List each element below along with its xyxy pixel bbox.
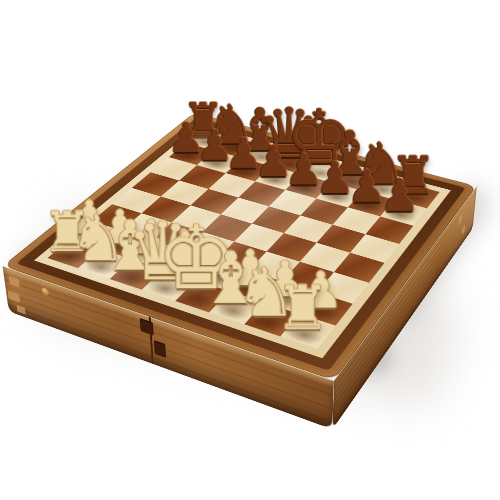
- square-a5: [132, 172, 179, 196]
- piece-contact-shadow: [228, 164, 263, 180]
- square-d5: [221, 198, 269, 224]
- dovetail-joint: [462, 225, 465, 236]
- piece-black-knight: ♞: [320, 135, 443, 193]
- square-f7: ♟: [316, 183, 362, 208]
- dovetail-joint: [17, 305, 26, 315]
- square-a8: ♜: [186, 129, 230, 150]
- piece-contact-shadow: [189, 134, 223, 149]
- piece-black-rook: ♜: [351, 149, 475, 200]
- square-h8: ♜: [394, 184, 439, 209]
- piece-black-pawn: ♟: [213, 140, 334, 183]
- square-a7: ♟: [169, 143, 214, 165]
- piece-contact-shadow: [274, 157, 309, 173]
- square-b6: [179, 165, 225, 189]
- square-c7: ♟: [226, 158, 272, 181]
- piece-black-pawn: ♟: [184, 132, 304, 174]
- piece-black-knight: ♞: [173, 97, 289, 151]
- piece-contact-shadow: [200, 156, 235, 172]
- square-g7: ♟: [348, 191, 394, 217]
- piece-black-pawn: ♟: [273, 156, 397, 200]
- piece-contact-shadow: [245, 149, 280, 164]
- square-b7: ♟: [197, 150, 242, 173]
- piece-black-pawn: ♟: [242, 148, 365, 191]
- piece-contact-shadow: [216, 142, 250, 157]
- piece-black-rook: ♜: [146, 96, 261, 144]
- perspective-wrapper: ♜♞♝♛♚♝♞♜♟♟♟♟♟♟♟♟♟♟♟♟♟♟♟♟♜♞♝♛♚♝♞♜: [0, 0, 500, 500]
- piece-contact-shadow: [383, 206, 420, 224]
- square-f8: ♝: [331, 167, 376, 191]
- square-d8: ♛: [271, 151, 316, 174]
- piece-contact-shadow: [365, 181, 401, 198]
- piece-contact-shadow: [171, 148, 206, 163]
- piece-black-bishop: ♝: [289, 123, 410, 184]
- piece-contact-shadow: [304, 165, 339, 181]
- piece-contact-shadow: [334, 173, 370, 189]
- piece-black-queen: ♛: [230, 99, 349, 168]
- dovetail-joint: [8, 275, 19, 287]
- piece-contact-shadow: [288, 180, 324, 197]
- square-g8: ♞: [362, 175, 407, 199]
- square-e7: ♟: [285, 174, 331, 198]
- product-photo-scene: Folding wooden magnetic travel chess set…: [0, 0, 500, 500]
- square-h7: ♟: [380, 200, 427, 226]
- square-a4: [112, 188, 161, 213]
- piece-black-bishop: ♝: [201, 101, 318, 160]
- piece-black-king: ♚: [259, 100, 379, 175]
- piece-contact-shadow: [397, 189, 433, 206]
- square-d7: ♟: [255, 166, 301, 190]
- piece-contact-shadow: [319, 188, 355, 205]
- hinge-slot: [140, 318, 154, 336]
- piece-black-pawn: ♟: [155, 125, 273, 167]
- dovetail-joint: [458, 213, 462, 225]
- chess-board: ♜♞♝♛♚♝♞♜♟♟♟♟♟♟♟♟♟♟♟♟♟♟♟♟♜♞♝♛♚♝♞♜: [3, 113, 477, 381]
- square-b4: [142, 197, 191, 223]
- square-e8: ♚: [301, 159, 346, 182]
- piece-black-pawn: ♟: [336, 173, 463, 218]
- square-c8: ♝: [242, 144, 286, 166]
- square-b8: ♞: [214, 136, 258, 158]
- square-b5: [161, 181, 209, 206]
- piece-black-pawn: ♟: [304, 165, 430, 209]
- piece-contact-shadow: [351, 197, 388, 215]
- square-d4: [203, 214, 252, 241]
- hinge-slot: [154, 340, 166, 358]
- square-d6: [238, 182, 285, 207]
- brass-pin: [42, 287, 50, 296]
- square-c5: [190, 189, 238, 214]
- square-a6: [151, 157, 197, 180]
- piece-black-pawn: ♟: [128, 117, 245, 158]
- square-f6: [300, 199, 347, 225]
- square-c6: [208, 173, 255, 197]
- square-e6: [269, 190, 316, 215]
- square-f5: [284, 215, 333, 242]
- dovetail-joint: [8, 291, 21, 304]
- piece-contact-shadow: [258, 172, 294, 188]
